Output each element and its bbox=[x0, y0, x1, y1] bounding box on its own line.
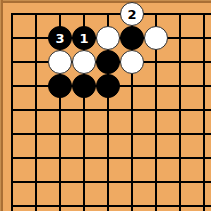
stone-black bbox=[96, 50, 120, 74]
stone-black-move-1: 1 bbox=[72, 26, 96, 50]
move-number: 2 bbox=[127, 8, 136, 21]
stone-black-move-3: 3 bbox=[48, 26, 72, 50]
go-board: 231 bbox=[0, 0, 211, 211]
board-frame-left bbox=[0, 0, 3, 211]
stone-black bbox=[72, 74, 96, 98]
move-number: 1 bbox=[79, 32, 88, 45]
stone-white bbox=[120, 50, 144, 74]
stone-white bbox=[96, 26, 120, 50]
stone-white-move-2: 2 bbox=[120, 2, 144, 26]
stone-white bbox=[144, 26, 168, 50]
move-number: 3 bbox=[55, 32, 64, 45]
board-frame-top bbox=[0, 0, 211, 3]
stone-black bbox=[96, 74, 120, 98]
stone-black bbox=[48, 74, 72, 98]
stone-white bbox=[72, 50, 96, 74]
stone-black bbox=[120, 26, 144, 50]
stone-white bbox=[48, 50, 72, 74]
